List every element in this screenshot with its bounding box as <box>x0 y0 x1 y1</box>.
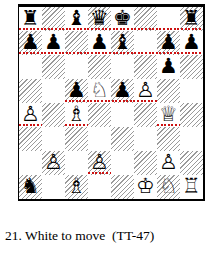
white-bishop-c1: ♗ <box>65 175 88 199</box>
page: ♜♝♛♚♜♟♟♟♝♟♟♟♟♘♟♙♙♗♕♙♙♙♞♗♔♘♖ 21. White to… <box>0 0 206 255</box>
square-b5 <box>42 79 65 103</box>
square-f6 <box>134 55 157 79</box>
square-d6 <box>88 55 111 79</box>
square-g6: ♟ <box>157 55 180 79</box>
square-g1: ♘ <box>157 175 180 199</box>
red-squiggle-underline <box>19 28 203 30</box>
square-d4 <box>88 103 111 127</box>
white-pawn-g2: ♙ <box>157 151 180 175</box>
red-squiggle-underline <box>65 100 157 102</box>
square-f3 <box>134 127 157 151</box>
square-a2 <box>19 151 42 175</box>
square-a5 <box>19 79 42 103</box>
square-e2 <box>111 151 134 175</box>
black-pawn-g6: ♟ <box>157 55 180 79</box>
square-a6 <box>19 55 42 79</box>
square-b4 <box>42 103 65 127</box>
square-h3 <box>180 127 203 151</box>
square-h5 <box>180 79 203 103</box>
square-a3 <box>19 127 42 151</box>
square-b6 <box>42 55 65 79</box>
square-e3 <box>111 127 134 151</box>
square-h4 <box>180 103 203 127</box>
square-c2 <box>65 151 88 175</box>
square-c3 <box>65 127 88 151</box>
square-f4 <box>134 103 157 127</box>
square-f1: ♔ <box>134 175 157 199</box>
square-h2 <box>180 151 203 175</box>
diagram-caption: 21. White to move (TT-47) <box>5 228 205 244</box>
square-d3 <box>88 127 111 151</box>
square-c1: ♗ <box>65 175 88 199</box>
square-g2: ♙ <box>157 151 180 175</box>
square-f2 <box>134 151 157 175</box>
black-knight-a1: ♞ <box>19 175 42 199</box>
square-b3 <box>42 127 65 151</box>
white-pawn-b2: ♙ <box>42 151 65 175</box>
square-g5 <box>157 79 180 103</box>
square-h6 <box>180 55 203 79</box>
square-e1 <box>111 175 134 199</box>
square-b1 <box>42 175 65 199</box>
white-rook-h1: ♖ <box>180 175 203 199</box>
red-squiggle-underline <box>19 124 42 126</box>
red-squiggle-underline <box>157 124 180 126</box>
square-b2: ♙ <box>42 151 65 175</box>
square-c6 <box>65 55 88 79</box>
red-squiggle-underline <box>88 172 111 174</box>
square-d1 <box>88 175 111 199</box>
white-king-f1: ♔ <box>134 175 157 199</box>
square-e4 <box>111 103 134 127</box>
square-e6 <box>111 55 134 79</box>
red-squiggle-underline <box>65 124 88 126</box>
red-squiggle-underline <box>19 52 203 54</box>
chess-board: ♜♝♛♚♜♟♟♟♝♟♟♟♟♘♟♙♙♗♕♙♙♙♞♗♔♘♖ <box>19 7 203 199</box>
chess-board-frame: ♜♝♛♚♜♟♟♟♝♟♟♟♟♘♟♙♙♗♕♙♙♙♞♗♔♘♖ <box>18 4 205 201</box>
square-a1: ♞ <box>19 175 42 199</box>
square-h1: ♖ <box>180 175 203 199</box>
white-knight-g1: ♘ <box>157 175 180 199</box>
square-g3 <box>157 127 180 151</box>
